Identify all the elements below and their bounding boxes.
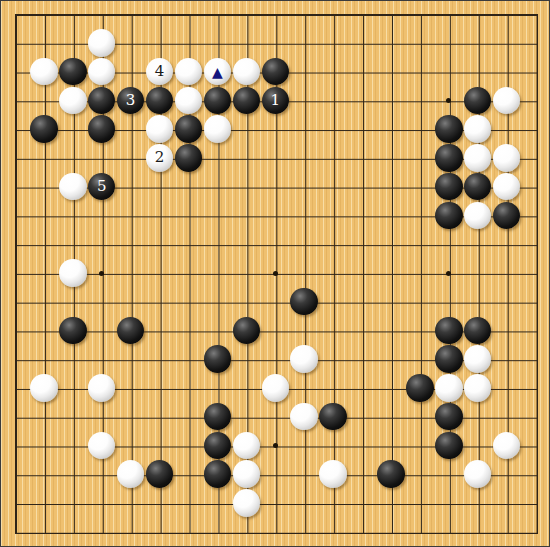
white-stone[interactable] — [233, 460, 261, 488]
white-stone[interactable] — [59, 259, 87, 287]
black-stone[interactable] — [406, 374, 434, 402]
black-stone[interactable]: 3 — [117, 87, 145, 115]
white-stone[interactable] — [464, 115, 492, 143]
white-stone[interactable] — [233, 432, 261, 460]
black-stone[interactable] — [377, 460, 405, 488]
go-board[interactable]: 4▲3125 — [0, 0, 550, 547]
white-stone[interactable]: ▲ — [204, 58, 232, 86]
white-stone[interactable] — [493, 144, 521, 172]
black-stone[interactable] — [204, 403, 232, 431]
white-stone[interactable] — [88, 58, 116, 86]
white-stone[interactable] — [493, 173, 521, 201]
black-stone[interactable] — [435, 202, 463, 230]
white-stone[interactable] — [88, 374, 116, 402]
white-stone[interactable] — [175, 58, 203, 86]
black-stone[interactable] — [175, 144, 203, 172]
black-stone[interactable] — [435, 115, 463, 143]
black-stone[interactable] — [204, 460, 232, 488]
move-number-label: 2 — [155, 150, 165, 165]
black-stone[interactable]: 5 — [88, 173, 116, 201]
white-stone[interactable] — [30, 374, 58, 402]
black-stone[interactable] — [146, 460, 174, 488]
white-stone[interactable] — [464, 144, 492, 172]
white-stone[interactable] — [493, 432, 521, 460]
black-stone[interactable] — [117, 317, 145, 345]
white-stone[interactable]: 2 — [146, 144, 174, 172]
white-stone[interactable] — [262, 374, 290, 402]
white-stone[interactable] — [233, 489, 261, 517]
white-stone[interactable] — [117, 460, 145, 488]
white-stone[interactable] — [493, 87, 521, 115]
white-stone[interactable] — [233, 58, 261, 86]
move-number-label: 4 — [155, 64, 165, 79]
black-stone[interactable] — [204, 87, 232, 115]
white-stone[interactable] — [319, 460, 347, 488]
move-number-label: 5 — [97, 179, 107, 194]
white-stone[interactable] — [59, 87, 87, 115]
black-stone[interactable] — [233, 87, 261, 115]
white-stone[interactable] — [435, 374, 463, 402]
black-stone[interactable] — [435, 317, 463, 345]
white-stone[interactable] — [464, 202, 492, 230]
white-stone[interactable] — [290, 345, 318, 373]
black-stone[interactable]: 1 — [262, 87, 290, 115]
black-stone[interactable] — [435, 173, 463, 201]
black-stone[interactable] — [204, 345, 232, 373]
black-stone[interactable] — [435, 144, 463, 172]
black-stone[interactable] — [204, 432, 232, 460]
white-stone[interactable] — [204, 115, 232, 143]
black-stone[interactable] — [59, 317, 87, 345]
black-stone[interactable] — [435, 345, 463, 373]
white-stone[interactable] — [464, 460, 492, 488]
black-stone[interactable] — [319, 403, 347, 431]
black-stone[interactable] — [262, 58, 290, 86]
move-number-label: 1 — [270, 93, 280, 108]
black-stone[interactable] — [435, 403, 463, 431]
white-stone[interactable]: 4 — [146, 58, 174, 86]
white-stone[interactable] — [146, 115, 174, 143]
black-stone[interactable] — [88, 115, 116, 143]
black-stone[interactable] — [233, 317, 261, 345]
triangle-marker-icon: ▲ — [212, 64, 223, 78]
black-stone[interactable] — [493, 202, 521, 230]
black-stone[interactable] — [30, 115, 58, 143]
white-stone[interactable] — [464, 345, 492, 373]
white-stone[interactable] — [30, 58, 58, 86]
black-stone[interactable] — [290, 288, 318, 316]
black-stone[interactable] — [464, 173, 492, 201]
white-stone[interactable] — [464, 374, 492, 402]
black-stone[interactable] — [146, 87, 174, 115]
white-stone[interactable] — [175, 87, 203, 115]
white-stone[interactable] — [88, 432, 116, 460]
black-stone[interactable] — [88, 87, 116, 115]
stones-layer: 4▲3125 — [1, 0, 550, 546]
black-stone[interactable] — [464, 87, 492, 115]
black-stone[interactable] — [59, 58, 87, 86]
black-stone[interactable] — [175, 115, 203, 143]
black-stone[interactable] — [435, 432, 463, 460]
black-stone[interactable] — [464, 317, 492, 345]
white-stone[interactable] — [88, 29, 116, 57]
white-stone[interactable] — [290, 403, 318, 431]
move-number-label: 3 — [126, 93, 136, 108]
white-stone[interactable] — [59, 173, 87, 201]
